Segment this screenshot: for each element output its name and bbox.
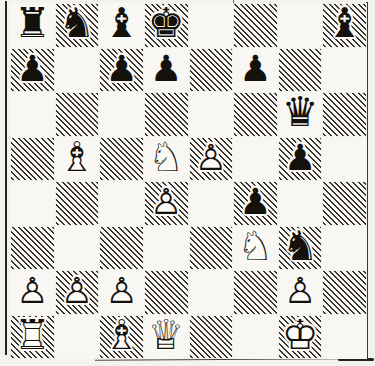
board-border-left xyxy=(5,1,7,355)
square-c3 xyxy=(99,226,144,271)
square-d4: ♟♙ xyxy=(144,181,189,226)
scanned-chess-diagram: ♜♞♝♚♝♟♟♟♟♛♝♗♞♘♟♙♟♟♙♟♞♘♞♟♙♟♙♟♙♟♙♜♖♝♗♛♕♚♔ xyxy=(0,0,375,366)
square-h5 xyxy=(322,137,367,182)
square-f7: ♟ xyxy=(233,48,278,93)
square-e3 xyxy=(189,226,234,271)
square-c1: ♝♗ xyxy=(99,315,144,360)
black-queen-icon: ♛ xyxy=(278,92,323,137)
square-d1: ♛♕ xyxy=(144,315,189,360)
square-f3: ♞♘ xyxy=(233,226,278,271)
square-a2: ♟♙ xyxy=(10,270,55,315)
square-d6 xyxy=(144,92,189,137)
square-f1 xyxy=(233,315,278,360)
square-g5: ♟ xyxy=(278,137,323,182)
square-d5: ♞♘ xyxy=(144,137,189,182)
black-pawn-icon: ♟ xyxy=(233,48,278,93)
square-g6: ♛ xyxy=(278,92,323,137)
square-g1: ♚♔ xyxy=(278,315,323,360)
black-bishop-icon: ♝ xyxy=(99,3,144,48)
square-d2 xyxy=(144,270,189,315)
square-e4 xyxy=(189,181,234,226)
square-b4 xyxy=(55,181,100,226)
white-rook-icon: ♜♖ xyxy=(10,315,55,360)
square-a5 xyxy=(10,137,55,182)
square-b6 xyxy=(55,92,100,137)
square-d3 xyxy=(144,226,189,271)
black-king-icon: ♚ xyxy=(144,3,189,48)
square-g3: ♞ xyxy=(278,226,323,271)
black-rook-icon: ♜ xyxy=(10,3,55,48)
square-a7: ♟ xyxy=(10,48,55,93)
square-c8: ♝ xyxy=(99,3,144,48)
white-knight-icon: ♞♘ xyxy=(233,226,278,271)
square-d7: ♟ xyxy=(144,48,189,93)
square-c7: ♟ xyxy=(99,48,144,93)
square-a1: ♜♖ xyxy=(10,315,55,360)
square-e2 xyxy=(189,270,234,315)
white-queen-icon: ♛♕ xyxy=(144,315,189,360)
square-h7 xyxy=(322,48,367,93)
square-e8 xyxy=(189,3,234,48)
square-h2 xyxy=(322,270,367,315)
white-pawn-icon: ♟♙ xyxy=(278,270,323,315)
square-c5 xyxy=(99,137,144,182)
white-pawn-icon: ♟♙ xyxy=(99,270,144,315)
black-pawn-icon: ♟ xyxy=(99,48,144,93)
square-e6 xyxy=(189,92,234,137)
white-king-icon: ♚♔ xyxy=(278,315,323,360)
white-knight-icon: ♞♘ xyxy=(144,137,189,182)
square-b5: ♝♗ xyxy=(55,137,100,182)
black-pawn-icon: ♟ xyxy=(233,181,278,226)
square-c2: ♟♙ xyxy=(99,270,144,315)
square-h4 xyxy=(322,181,367,226)
square-a6 xyxy=(10,92,55,137)
white-pawn-icon: ♟♙ xyxy=(55,270,100,315)
black-knight-icon: ♞ xyxy=(55,3,100,48)
square-a8: ♜ xyxy=(10,3,55,48)
black-pawn-icon: ♟ xyxy=(144,48,189,93)
black-pawn-icon: ♟ xyxy=(278,137,323,182)
square-g2: ♟♙ xyxy=(278,270,323,315)
square-a3 xyxy=(10,226,55,271)
square-b7 xyxy=(55,48,100,93)
square-f8 xyxy=(233,3,278,48)
chess-board: ♜♞♝♚♝♟♟♟♟♛♝♗♞♘♟♙♟♟♙♟♞♘♞♟♙♟♙♟♙♟♙♜♖♝♗♛♕♚♔ xyxy=(10,3,367,359)
square-b3 xyxy=(55,226,100,271)
black-bishop-icon: ♝ xyxy=(322,3,367,48)
white-pawn-icon: ♟♙ xyxy=(144,181,189,226)
square-f2 xyxy=(233,270,278,315)
square-c4 xyxy=(99,181,144,226)
square-f4: ♟ xyxy=(233,181,278,226)
black-pawn-icon: ♟ xyxy=(10,48,55,93)
square-h6 xyxy=(322,92,367,137)
white-pawn-icon: ♟♙ xyxy=(10,270,55,315)
square-b2: ♟♙ xyxy=(55,270,100,315)
square-f5 xyxy=(233,137,278,182)
square-h8: ♝ xyxy=(322,3,367,48)
square-b8: ♞ xyxy=(55,3,100,48)
square-g7 xyxy=(278,48,323,93)
white-bishop-icon: ♝♗ xyxy=(55,137,100,182)
square-g8 xyxy=(278,3,323,48)
square-e1 xyxy=(189,315,234,360)
square-h1 xyxy=(322,315,367,360)
square-f6 xyxy=(233,92,278,137)
white-pawn-icon: ♟♙ xyxy=(189,137,234,182)
square-b1 xyxy=(55,315,100,360)
white-bishop-icon: ♝♗ xyxy=(99,315,144,360)
square-d8: ♚ xyxy=(144,3,189,48)
square-g4 xyxy=(278,181,323,226)
black-knight-icon: ♞ xyxy=(278,226,323,271)
square-a4 xyxy=(10,181,55,226)
square-e5: ♟♙ xyxy=(189,137,234,182)
square-c6 xyxy=(99,92,144,137)
square-h3 xyxy=(322,226,367,271)
square-e7 xyxy=(189,48,234,93)
